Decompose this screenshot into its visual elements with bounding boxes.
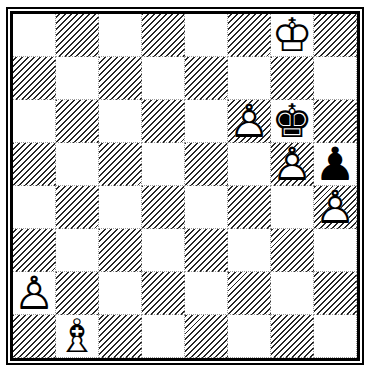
white-pawn-icon: ♙	[13, 272, 55, 314]
square-a4[interactable]	[13, 186, 56, 229]
square-a5[interactable]	[13, 143, 56, 186]
piece-white-pawn: ♟♙	[271, 143, 313, 185]
square-g3[interactable]	[271, 229, 314, 272]
square-e1[interactable]	[185, 315, 228, 358]
square-h8[interactable]	[314, 14, 357, 57]
square-e4[interactable]	[185, 186, 228, 229]
square-c4[interactable]	[99, 186, 142, 229]
square-d3[interactable]	[142, 229, 185, 272]
white-bishop-icon: ♗	[56, 315, 98, 357]
square-b1[interactable]: ♝♗	[56, 315, 99, 358]
square-d6[interactable]	[142, 100, 185, 143]
square-a8[interactable]	[13, 14, 56, 57]
black-king-icon: ♚	[271, 100, 313, 142]
square-d7[interactable]	[142, 57, 185, 100]
square-g2[interactable]	[271, 272, 314, 315]
square-c3[interactable]	[99, 229, 142, 272]
square-b5[interactable]	[56, 143, 99, 186]
square-c5[interactable]	[99, 143, 142, 186]
square-e5[interactable]	[185, 143, 228, 186]
square-a2[interactable]: ♟♙	[13, 272, 56, 315]
square-c2[interactable]	[99, 272, 142, 315]
white-king-icon: ♔	[271, 14, 313, 56]
square-f3[interactable]	[228, 229, 271, 272]
piece-black-pawn: ♟	[314, 143, 356, 185]
square-d5[interactable]	[142, 143, 185, 186]
square-g8[interactable]: ♚♔	[271, 14, 314, 57]
square-d4[interactable]	[142, 186, 185, 229]
piece-white-pawn: ♟♙	[314, 186, 356, 228]
square-h7[interactable]	[314, 57, 357, 100]
white-pawn-icon: ♙	[314, 186, 356, 228]
square-c7[interactable]	[99, 57, 142, 100]
diagram-canvas: ♚♔♟♙♚♟♙♟♟♙♟♙♝♗	[0, 0, 375, 377]
square-h3[interactable]	[314, 229, 357, 272]
square-e6[interactable]	[185, 100, 228, 143]
white-pawn-icon: ♙	[271, 143, 313, 185]
square-g5[interactable]: ♟♙	[271, 143, 314, 186]
black-pawn-icon: ♟	[314, 143, 356, 185]
board-frame-outer: ♚♔♟♙♚♟♙♟♟♙♟♙♝♗	[6, 7, 364, 365]
square-e7[interactable]	[185, 57, 228, 100]
square-e2[interactable]	[185, 272, 228, 315]
square-c8[interactable]	[99, 14, 142, 57]
square-d2[interactable]	[142, 272, 185, 315]
piece-white-pawn: ♟♙	[13, 272, 55, 314]
square-h4[interactable]: ♟♙	[314, 186, 357, 229]
square-b4[interactable]	[56, 186, 99, 229]
square-e8[interactable]	[185, 14, 228, 57]
square-f1[interactable]	[228, 315, 271, 358]
piece-white-king: ♚♔	[271, 14, 313, 56]
piece-black-king: ♚	[271, 100, 313, 142]
square-f5[interactable]	[228, 143, 271, 186]
chess-board: ♚♔♟♙♚♟♙♟♟♙♟♙♝♗	[13, 14, 357, 358]
piece-white-pawn: ♟♙	[228, 100, 270, 142]
square-b7[interactable]	[56, 57, 99, 100]
square-a7[interactable]	[13, 57, 56, 100]
square-b6[interactable]	[56, 100, 99, 143]
board-frame-inner: ♚♔♟♙♚♟♙♟♟♙♟♙♝♗	[10, 11, 360, 361]
square-e3[interactable]	[185, 229, 228, 272]
white-pawn-icon: ♙	[228, 100, 270, 142]
square-g1[interactable]	[271, 315, 314, 358]
square-d1[interactable]	[142, 315, 185, 358]
square-a1[interactable]	[13, 315, 56, 358]
square-c1[interactable]	[99, 315, 142, 358]
square-f4[interactable]	[228, 186, 271, 229]
square-f6[interactable]: ♟♙	[228, 100, 271, 143]
square-f8[interactable]	[228, 14, 271, 57]
square-g4[interactable]	[271, 186, 314, 229]
piece-white-bishop: ♝♗	[56, 315, 98, 357]
square-b8[interactable]	[56, 14, 99, 57]
square-b3[interactable]	[56, 229, 99, 272]
square-h1[interactable]	[314, 315, 357, 358]
square-d8[interactable]	[142, 14, 185, 57]
square-h2[interactable]	[314, 272, 357, 315]
square-c6[interactable]	[99, 100, 142, 143]
square-f2[interactable]	[228, 272, 271, 315]
square-a6[interactable]	[13, 100, 56, 143]
